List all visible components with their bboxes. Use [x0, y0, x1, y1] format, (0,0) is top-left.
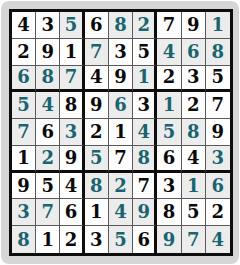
cell-r5c4[interactable]: 2 — [85, 119, 109, 146]
cell-r8c4[interactable]: 1 — [85, 199, 109, 226]
cell-r4c7[interactable]: 1 — [157, 92, 181, 119]
cell-r7c5[interactable]: 2 — [109, 173, 133, 200]
cell-r4c5[interactable]: 6 — [109, 92, 133, 119]
cell-r9c8[interactable]: 7 — [182, 226, 206, 253]
cell-r7c4[interactable]: 8 — [85, 173, 109, 200]
cell-r2c3[interactable]: 1 — [60, 39, 84, 66]
cell-r5c1[interactable]: 7 — [12, 119, 36, 146]
cell-r2c1[interactable]: 2 — [12, 39, 36, 66]
cell-r8c3[interactable]: 6 — [60, 199, 84, 226]
cell-r1c6[interactable]: 2 — [133, 12, 157, 39]
cell-r2c5[interactable]: 3 — [109, 39, 133, 66]
cell-r6c5[interactable]: 7 — [109, 146, 133, 173]
cell-r8c8[interactable]: 5 — [182, 199, 206, 226]
cell-r2c8[interactable]: 6 — [182, 39, 206, 66]
cell-r6c9[interactable]: 3 — [206, 146, 230, 173]
cell-r8c9[interactable]: 2 — [206, 199, 230, 226]
cell-r3c2[interactable]: 8 — [36, 66, 60, 93]
cell-r1c3[interactable]: 5 — [60, 12, 84, 39]
cell-r9c9[interactable]: 4 — [206, 226, 230, 253]
cell-r6c2[interactable]: 2 — [36, 146, 60, 173]
cell-r5c9[interactable]: 9 — [206, 119, 230, 146]
cell-r1c7[interactable]: 7 — [157, 12, 181, 39]
cell-r3c3[interactable]: 7 — [60, 66, 84, 93]
cell-r8c5[interactable]: 4 — [109, 199, 133, 226]
cell-r2c9[interactable]: 8 — [206, 39, 230, 66]
cell-r9c3[interactable]: 2 — [60, 226, 84, 253]
cell-r7c3[interactable]: 4 — [60, 173, 84, 200]
cell-r1c4[interactable]: 6 — [85, 12, 109, 39]
cell-r8c2[interactable]: 7 — [36, 199, 60, 226]
cell-r5c3[interactable]: 3 — [60, 119, 84, 146]
cell-r2c4[interactable]: 7 — [85, 39, 109, 66]
sudoku-board: 4356827912917354686874912355489631277632… — [9, 9, 233, 256]
cell-r4c2[interactable]: 4 — [36, 92, 60, 119]
cell-r3c5[interactable]: 9 — [109, 66, 133, 93]
cell-r3c8[interactable]: 3 — [182, 66, 206, 93]
cell-r3c6[interactable]: 1 — [133, 66, 157, 93]
cell-r7c1[interactable]: 9 — [12, 173, 36, 200]
cell-r9c7[interactable]: 9 — [157, 226, 181, 253]
cell-r6c6[interactable]: 8 — [133, 146, 157, 173]
cell-r1c2[interactable]: 3 — [36, 12, 60, 39]
cell-r2c2[interactable]: 9 — [36, 39, 60, 66]
cell-r7c9[interactable]: 6 — [206, 173, 230, 200]
cell-r4c9[interactable]: 7 — [206, 92, 230, 119]
cell-r7c2[interactable]: 5 — [36, 173, 60, 200]
cell-r6c8[interactable]: 4 — [182, 146, 206, 173]
cell-r9c5[interactable]: 5 — [109, 226, 133, 253]
cell-r2c7[interactable]: 4 — [157, 39, 181, 66]
cell-r3c1[interactable]: 6 — [12, 66, 36, 93]
cell-r9c1[interactable]: 8 — [12, 226, 36, 253]
cell-r1c9[interactable]: 1 — [206, 12, 230, 39]
cell-r4c1[interactable]: 5 — [12, 92, 36, 119]
cell-r8c1[interactable]: 3 — [12, 199, 36, 226]
cell-r3c7[interactable]: 2 — [157, 66, 181, 93]
cell-r8c6[interactable]: 9 — [133, 199, 157, 226]
cell-r3c9[interactable]: 5 — [206, 66, 230, 93]
cell-r6c7[interactable]: 6 — [157, 146, 181, 173]
cell-r1c5[interactable]: 8 — [109, 12, 133, 39]
cell-r1c8[interactable]: 9 — [182, 12, 206, 39]
cell-r6c1[interactable]: 1 — [12, 146, 36, 173]
cell-r9c4[interactable]: 3 — [85, 226, 109, 253]
cell-r4c4[interactable]: 9 — [85, 92, 109, 119]
cell-r9c6[interactable]: 6 — [133, 226, 157, 253]
cell-r5c7[interactable]: 5 — [157, 119, 181, 146]
cell-r4c8[interactable]: 2 — [182, 92, 206, 119]
cell-r5c8[interactable]: 8 — [182, 119, 206, 146]
cell-r5c6[interactable]: 4 — [133, 119, 157, 146]
cell-r4c3[interactable]: 8 — [60, 92, 84, 119]
cell-r7c6[interactable]: 7 — [133, 173, 157, 200]
cell-r9c2[interactable]: 1 — [36, 226, 60, 253]
cell-r5c2[interactable]: 6 — [36, 119, 60, 146]
sudoku-card: 4356827912917354686874912355489631277632… — [1, 1, 239, 264]
cell-r3c4[interactable]: 4 — [85, 66, 109, 93]
cell-r7c8[interactable]: 1 — [182, 173, 206, 200]
cell-r7c7[interactable]: 3 — [157, 173, 181, 200]
cell-r6c4[interactable]: 5 — [85, 146, 109, 173]
cell-r4c6[interactable]: 3 — [133, 92, 157, 119]
cell-r6c3[interactable]: 9 — [60, 146, 84, 173]
cell-r2c6[interactable]: 5 — [133, 39, 157, 66]
cell-r8c7[interactable]: 8 — [157, 199, 181, 226]
cell-r1c1[interactable]: 4 — [12, 12, 36, 39]
cell-r5c5[interactable]: 1 — [109, 119, 133, 146]
